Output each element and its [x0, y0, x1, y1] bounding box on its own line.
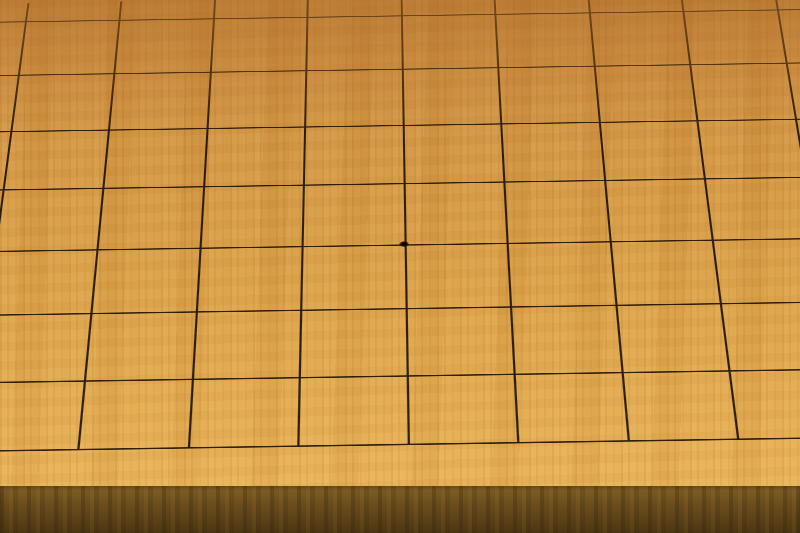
- board-cell: [297, 375, 407, 447]
- board-cell: [24, 1, 120, 21]
- board-cell: [195, 246, 301, 312]
- board-cell: [83, 311, 194, 380]
- board-cell: [206, 70, 305, 128]
- board-cell: [406, 373, 517, 445]
- board-cell: [403, 181, 506, 244]
- board-cell: [593, 64, 696, 121]
- board-cell: [199, 184, 303, 247]
- board-cell: [497, 66, 598, 123]
- board-cell: [77, 378, 191, 450]
- board-cell: [298, 308, 405, 377]
- board-cell: [113, 18, 212, 73]
- board-cell: [598, 120, 704, 180]
- board-cell: [306, 0, 400, 16]
- board-cell: [304, 69, 402, 126]
- board-cell: [513, 371, 627, 443]
- board-cell: [773, 0, 800, 9]
- board-cell: [404, 242, 510, 308]
- board-cell: [500, 121, 603, 181]
- board-cell: [118, 0, 213, 19]
- goban-photo: [0, 0, 800, 533]
- board-cell: [102, 128, 206, 188]
- board-cell: [703, 177, 800, 240]
- board-cell: [614, 303, 727, 372]
- board-cell: [603, 178, 711, 241]
- board-cell: [494, 12, 593, 67]
- board-cell: [302, 124, 402, 184]
- board-cell: [493, 0, 588, 13]
- board-cell: [509, 305, 620, 374]
- board-cell: [503, 180, 609, 243]
- board-cell: [301, 183, 404, 246]
- board-cell: [0, 313, 90, 382]
- board-cell: [187, 377, 299, 449]
- board-cell: [689, 62, 794, 119]
- board-cell: [405, 306, 513, 375]
- board-cell: [305, 15, 401, 70]
- board-cell: [719, 301, 800, 369]
- board-cell: [209, 16, 306, 71]
- board-cell: [728, 368, 800, 440]
- board-front-edge: [0, 486, 800, 533]
- board-cell: [0, 380, 83, 452]
- board-cell: [609, 239, 720, 304]
- board-cell: [212, 0, 306, 18]
- board-cell: [506, 241, 614, 306]
- board-cell: [300, 244, 405, 310]
- board-cell: [202, 126, 303, 186]
- board-cell: [96, 186, 202, 249]
- board-cell: [401, 67, 500, 124]
- board-cell: [696, 118, 800, 178]
- go-board-grid: [0, 0, 800, 454]
- board-cell: [191, 310, 300, 379]
- board-cell: [682, 9, 785, 64]
- board-cell: [0, 249, 96, 315]
- board-cell: [711, 238, 800, 303]
- board-cell: [2, 129, 108, 189]
- board-cell: [400, 0, 494, 15]
- board-cell: [400, 13, 497, 68]
- board-cell: [107, 72, 208, 130]
- board-cell: [0, 3, 27, 23]
- board-cell: [588, 10, 689, 65]
- board-cell: [402, 123, 503, 183]
- board-cell: [620, 370, 736, 442]
- board-cell: [9, 73, 112, 131]
- board-cell: [17, 19, 118, 74]
- board-cell: [0, 188, 102, 251]
- hoshi-star-point: [399, 241, 409, 247]
- board-cell: [90, 247, 199, 313]
